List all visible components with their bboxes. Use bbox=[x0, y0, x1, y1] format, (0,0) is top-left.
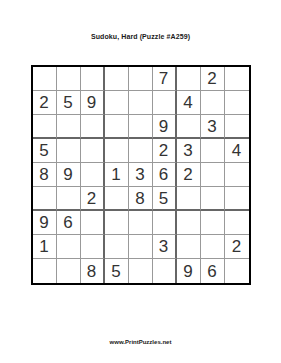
cell-r9c1 bbox=[33, 259, 57, 283]
cell-r5c7: 2 bbox=[177, 163, 201, 187]
cell-r3c6: 9 bbox=[153, 115, 177, 139]
cell-r8c7 bbox=[177, 235, 201, 259]
cell-r9c7: 9 bbox=[177, 259, 201, 283]
cell-r7c7 bbox=[177, 211, 201, 235]
cell-r8c4 bbox=[105, 235, 129, 259]
cell-r1c4 bbox=[105, 67, 129, 91]
cell-r1c9 bbox=[225, 67, 249, 91]
cell-r1c7 bbox=[177, 67, 201, 91]
cell-r1c3 bbox=[81, 67, 105, 91]
cell-r6c5: 8 bbox=[129, 187, 153, 211]
cell-r8c5 bbox=[129, 235, 153, 259]
cell-r4c1: 5 bbox=[33, 139, 57, 163]
sudoku-grid: 722594935234891362285961328596 bbox=[31, 65, 251, 285]
cell-r4c9: 4 bbox=[225, 139, 249, 163]
cell-r5c4: 1 bbox=[105, 163, 129, 187]
cell-r1c2 bbox=[57, 67, 81, 91]
cell-r4c6: 2 bbox=[153, 139, 177, 163]
cell-r9c9 bbox=[225, 259, 249, 283]
cell-r5c6: 6 bbox=[153, 163, 177, 187]
cell-r5c1: 8 bbox=[33, 163, 57, 187]
cell-r3c9 bbox=[225, 115, 249, 139]
cell-r2c3: 9 bbox=[81, 91, 105, 115]
cell-r5c3 bbox=[81, 163, 105, 187]
cell-r7c6 bbox=[153, 211, 177, 235]
cell-r9c4: 5 bbox=[105, 259, 129, 283]
cell-r5c2: 9 bbox=[57, 163, 81, 187]
cell-r7c8 bbox=[201, 211, 225, 235]
cell-r3c2 bbox=[57, 115, 81, 139]
cell-r6c8 bbox=[201, 187, 225, 211]
cell-r3c1 bbox=[33, 115, 57, 139]
puzzle-title: Sudoku, Hard (Puzzle #A259) bbox=[0, 33, 281, 40]
footer-url: www.PrintPuzzles.net bbox=[0, 339, 281, 345]
cell-r6c4 bbox=[105, 187, 129, 211]
puzzle-page: Sudoku, Hard (Puzzle #A259) 722594935234… bbox=[0, 0, 281, 363]
cell-r4c3 bbox=[81, 139, 105, 163]
cell-r7c4 bbox=[105, 211, 129, 235]
cell-r7c3 bbox=[81, 211, 105, 235]
cell-r1c6: 7 bbox=[153, 67, 177, 91]
cell-r3c5 bbox=[129, 115, 153, 139]
cell-r5c8 bbox=[201, 163, 225, 187]
cell-r9c5 bbox=[129, 259, 153, 283]
cell-r6c3: 2 bbox=[81, 187, 105, 211]
cell-r8c2 bbox=[57, 235, 81, 259]
cell-r5c9 bbox=[225, 163, 249, 187]
cell-r7c5 bbox=[129, 211, 153, 235]
cell-r4c5 bbox=[129, 139, 153, 163]
cell-r9c8: 6 bbox=[201, 259, 225, 283]
cell-r1c1 bbox=[33, 67, 57, 91]
cell-r4c2 bbox=[57, 139, 81, 163]
cell-r2c1: 2 bbox=[33, 91, 57, 115]
cell-r4c8 bbox=[201, 139, 225, 163]
cell-r7c9 bbox=[225, 211, 249, 235]
cell-r9c6 bbox=[153, 259, 177, 283]
cell-r8c1: 1 bbox=[33, 235, 57, 259]
cell-r3c7 bbox=[177, 115, 201, 139]
cell-r7c1: 9 bbox=[33, 211, 57, 235]
cell-r6c7 bbox=[177, 187, 201, 211]
cell-r8c8 bbox=[201, 235, 225, 259]
cell-r1c5 bbox=[129, 67, 153, 91]
cell-r3c8: 3 bbox=[201, 115, 225, 139]
cell-r8c9: 2 bbox=[225, 235, 249, 259]
cell-r8c3 bbox=[81, 235, 105, 259]
cell-r7c2: 6 bbox=[57, 211, 81, 235]
cell-r2c9 bbox=[225, 91, 249, 115]
cell-r6c1 bbox=[33, 187, 57, 211]
cell-r2c8 bbox=[201, 91, 225, 115]
cell-r2c5 bbox=[129, 91, 153, 115]
cell-r8c6: 3 bbox=[153, 235, 177, 259]
cell-r3c3 bbox=[81, 115, 105, 139]
cell-r2c7: 4 bbox=[177, 91, 201, 115]
cell-r5c5: 3 bbox=[129, 163, 153, 187]
cell-r3c4 bbox=[105, 115, 129, 139]
cell-r1c8: 2 bbox=[201, 67, 225, 91]
cell-r6c9 bbox=[225, 187, 249, 211]
cell-r4c4 bbox=[105, 139, 129, 163]
cell-r9c3: 8 bbox=[81, 259, 105, 283]
cell-r2c4 bbox=[105, 91, 129, 115]
cell-r6c6: 5 bbox=[153, 187, 177, 211]
cell-r6c2 bbox=[57, 187, 81, 211]
cell-r9c2 bbox=[57, 259, 81, 283]
cell-r2c2: 5 bbox=[57, 91, 81, 115]
cell-r4c7: 3 bbox=[177, 139, 201, 163]
cell-r2c6 bbox=[153, 91, 177, 115]
